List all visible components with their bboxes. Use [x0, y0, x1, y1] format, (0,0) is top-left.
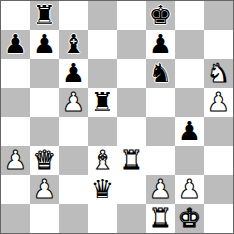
square-g1[interactable]: ♚ [175, 204, 204, 233]
black-pawn-b7: ♟ [33, 31, 56, 57]
square-a4[interactable] [1, 117, 30, 146]
square-g3[interactable] [175, 146, 204, 175]
square-b4[interactable] [30, 117, 59, 146]
square-e1[interactable] [117, 204, 146, 233]
square-d8[interactable] [88, 1, 117, 30]
square-f8[interactable]: ♚ [146, 1, 175, 30]
square-c1[interactable] [59, 204, 88, 233]
chess-board: ♜♚♟♟♝♟♟♞♞♟♜♟♟♟♛♝♜♟♛♟♟♜♚ [0, 0, 234, 234]
square-b1[interactable] [30, 204, 59, 233]
black-knight-f6: ♞ [149, 60, 172, 86]
square-h7[interactable] [204, 30, 233, 59]
square-a2[interactable] [1, 175, 30, 204]
square-f4[interactable] [146, 117, 175, 146]
black-pawn-c6: ♟ [62, 60, 85, 86]
square-d3[interactable]: ♝ [88, 146, 117, 175]
square-d4[interactable] [88, 117, 117, 146]
square-g6[interactable] [175, 59, 204, 88]
square-h6[interactable]: ♞ [204, 59, 233, 88]
black-bishop-c7: ♝ [62, 31, 85, 57]
square-h1[interactable] [204, 204, 233, 233]
square-g2[interactable]: ♟ [175, 175, 204, 204]
square-b5[interactable] [30, 88, 59, 117]
square-b6[interactable] [30, 59, 59, 88]
square-c7[interactable]: ♝ [59, 30, 88, 59]
white-queen-b3: ♛ [33, 147, 56, 173]
square-f7[interactable]: ♟ [146, 30, 175, 59]
square-h8[interactable] [204, 1, 233, 30]
square-g8[interactable] [175, 1, 204, 30]
square-c6[interactable]: ♟ [59, 59, 88, 88]
white-king-g1: ♚ [178, 205, 201, 231]
square-f2[interactable]: ♟ [146, 175, 175, 204]
black-queen-d2: ♛ [91, 176, 114, 202]
square-e8[interactable] [117, 1, 146, 30]
square-e2[interactable] [117, 175, 146, 204]
square-b7[interactable]: ♟ [30, 30, 59, 59]
white-pawn-h5: ♟ [207, 89, 230, 115]
square-b3[interactable]: ♛ [30, 146, 59, 175]
black-rook-b8: ♜ [33, 2, 56, 28]
square-h3[interactable] [204, 146, 233, 175]
square-a3[interactable]: ♟ [1, 146, 30, 175]
white-pawn-b2: ♟ [33, 176, 56, 202]
square-d7[interactable] [88, 30, 117, 59]
white-rook-e3: ♜ [120, 147, 143, 173]
square-d2[interactable]: ♛ [88, 175, 117, 204]
square-c8[interactable] [59, 1, 88, 30]
square-d6[interactable] [88, 59, 117, 88]
square-a6[interactable] [1, 59, 30, 88]
square-c5[interactable]: ♟ [59, 88, 88, 117]
square-e6[interactable] [117, 59, 146, 88]
square-f1[interactable]: ♜ [146, 204, 175, 233]
square-b2[interactable]: ♟ [30, 175, 59, 204]
square-d5[interactable]: ♜ [88, 88, 117, 117]
square-g4[interactable]: ♟ [175, 117, 204, 146]
black-pawn-g4: ♟ [178, 118, 201, 144]
square-f3[interactable] [146, 146, 175, 175]
white-pawn-g2: ♟ [178, 176, 201, 202]
square-e4[interactable] [117, 117, 146, 146]
white-pawn-c5: ♟ [62, 89, 85, 115]
black-pawn-a7: ♟ [4, 31, 27, 57]
square-g5[interactable] [175, 88, 204, 117]
square-a5[interactable] [1, 88, 30, 117]
square-f5[interactable] [146, 88, 175, 117]
square-h5[interactable]: ♟ [204, 88, 233, 117]
square-e7[interactable] [117, 30, 146, 59]
square-b8[interactable]: ♜ [30, 1, 59, 30]
white-rook-f1: ♜ [149, 205, 172, 231]
square-h2[interactable] [204, 175, 233, 204]
square-e3[interactable]: ♜ [117, 146, 146, 175]
square-e5[interactable] [117, 88, 146, 117]
square-d1[interactable] [88, 204, 117, 233]
square-h4[interactable] [204, 117, 233, 146]
black-king-f8: ♚ [149, 2, 172, 28]
square-c2[interactable] [59, 175, 88, 204]
white-pawn-f2: ♟ [149, 176, 172, 202]
white-knight-h6: ♞ [207, 60, 230, 86]
square-c4[interactable] [59, 117, 88, 146]
square-a7[interactable]: ♟ [1, 30, 30, 59]
black-rook-d5: ♜ [91, 89, 114, 115]
square-f6[interactable]: ♞ [146, 59, 175, 88]
square-g7[interactable] [175, 30, 204, 59]
square-a1[interactable] [1, 204, 30, 233]
square-a8[interactable] [1, 1, 30, 30]
black-pawn-f7: ♟ [149, 31, 172, 57]
white-pawn-a3: ♟ [4, 147, 27, 173]
white-bishop-d3: ♝ [91, 147, 114, 173]
square-c3[interactable] [59, 146, 88, 175]
